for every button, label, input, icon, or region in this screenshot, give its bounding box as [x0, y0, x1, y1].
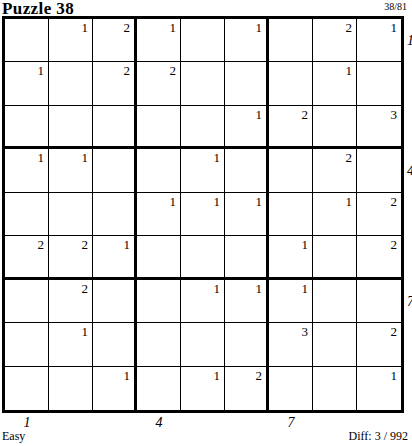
clue-number: 1: [302, 238, 309, 251]
cell-r7c6[interactable]: 1: [225, 280, 269, 323]
row-label-1: 1: [407, 33, 412, 49]
clue-number: 1: [124, 238, 131, 251]
cell-r8c5[interactable]: [181, 323, 225, 366]
cell-r2c8[interactable]: 1: [313, 62, 357, 105]
cell-r1c7[interactable]: [269, 19, 313, 62]
clue-number: 1: [391, 21, 398, 34]
clue-number: 2: [302, 108, 309, 121]
cell-r8c4[interactable]: [137, 323, 181, 366]
cell-r6c2[interactable]: 2: [49, 236, 93, 279]
clue-number: 3: [302, 325, 309, 338]
clue-number: 1: [346, 64, 353, 77]
clue-number: 1: [82, 151, 89, 164]
clue-number: 1: [170, 195, 177, 208]
cell-r8c6[interactable]: [225, 323, 269, 366]
cell-r1c6[interactable]: 1: [225, 19, 269, 62]
clue-number: 1: [124, 369, 131, 382]
board: 12112112211231112111122211221111321121: [2, 16, 404, 413]
cell-r8c3[interactable]: [93, 323, 137, 366]
cell-r2c3[interactable]: 2: [93, 62, 137, 105]
puzzle-page: Puzzle 38 38/81 121121122112311121111222…: [0, 0, 412, 446]
clue-number: 1: [82, 325, 89, 338]
cell-r5c2[interactable]: [49, 193, 93, 236]
cell-r1c4[interactable]: 1: [137, 19, 181, 62]
cell-r8c1[interactable]: [5, 323, 49, 366]
cell-r6c1[interactable]: 2: [5, 236, 49, 279]
clue-number: 1: [214, 151, 221, 164]
cell-r9c4[interactable]: [137, 367, 181, 410]
cell-r2c6[interactable]: [225, 62, 269, 105]
clue-number: 1: [391, 369, 398, 382]
cell-r7c8[interactable]: [313, 280, 357, 323]
cell-r6c8[interactable]: [313, 236, 357, 279]
difficulty-label: Easy: [2, 429, 25, 444]
cell-r4c5[interactable]: 1: [181, 149, 225, 192]
cell-r9c5[interactable]: 1: [181, 367, 225, 410]
clue-number: 2: [391, 238, 398, 251]
cell-r3c3[interactable]: [93, 106, 137, 149]
clue-number: 1: [170, 21, 177, 34]
clue-number: 2: [124, 21, 131, 34]
cell-r5c3[interactable]: [93, 193, 137, 236]
cell-r2c2[interactable]: [49, 62, 93, 105]
clue-number: 2: [170, 64, 177, 77]
cell-r9c9[interactable]: 1: [357, 367, 401, 410]
cell-r9c3[interactable]: 1: [93, 367, 137, 410]
cell-r5c7[interactable]: [269, 193, 313, 236]
cell-r3c1[interactable]: [5, 106, 49, 149]
cell-r8c2[interactable]: 1: [49, 323, 93, 366]
cell-r5c5[interactable]: 1: [181, 193, 225, 236]
clue-number: 1: [346, 195, 353, 208]
cell-r7c9[interactable]: [357, 280, 401, 323]
cell-r9c2[interactable]: [49, 367, 93, 410]
row-label-4: 4: [407, 163, 412, 179]
clue-number: 2: [38, 238, 45, 251]
cell-r7c5[interactable]: 1: [181, 280, 225, 323]
cell-r3c4[interactable]: [137, 106, 181, 149]
clue-number: 2: [124, 64, 131, 77]
cell-r3c8[interactable]: [313, 106, 357, 149]
cell-r6c6[interactable]: [225, 236, 269, 279]
cell-r4c7[interactable]: [269, 149, 313, 192]
cell-r3c9[interactable]: 3: [357, 106, 401, 149]
cell-r1c1[interactable]: [5, 19, 49, 62]
clue-number: 2: [82, 238, 89, 251]
row-label-7: 7: [407, 294, 412, 310]
clue-number: 1: [256, 21, 263, 34]
cell-r5c1[interactable]: [5, 193, 49, 236]
cell-r2c1[interactable]: 1: [5, 62, 49, 105]
cell-r1c2[interactable]: 1: [49, 19, 93, 62]
cell-r3c2[interactable]: [49, 106, 93, 149]
clue-number: 1: [214, 282, 221, 295]
cell-r4c4[interactable]: [137, 149, 181, 192]
cell-r4c8[interactable]: 2: [313, 149, 357, 192]
cell-r6c3[interactable]: 1: [93, 236, 137, 279]
clue-number: 1: [38, 64, 45, 77]
cell-r1c9[interactable]: 1: [357, 19, 401, 62]
clue-number: 2: [256, 369, 263, 382]
clue-number: 2: [391, 195, 398, 208]
clue-number: 1: [256, 282, 263, 295]
clue-number: 1: [302, 282, 309, 295]
clue-number: 2: [346, 21, 353, 34]
col-label-7: 7: [281, 415, 301, 431]
cell-r4c3[interactable]: [93, 149, 137, 192]
puzzle-index: 38/81: [384, 1, 407, 12]
cell-r8c7[interactable]: 3: [269, 323, 313, 366]
clue-number: 1: [38, 151, 45, 164]
cell-r2c5[interactable]: [181, 62, 225, 105]
cell-r7c4[interactable]: [137, 280, 181, 323]
cell-r8c9[interactable]: 2: [357, 323, 401, 366]
cell-r6c4[interactable]: [137, 236, 181, 279]
cell-r9c6[interactable]: 2: [225, 367, 269, 410]
cell-r2c4[interactable]: 2: [137, 62, 181, 105]
cell-r1c3[interactable]: 2: [93, 19, 137, 62]
cell-r9c7[interactable]: [269, 367, 313, 410]
cell-r1c5[interactable]: [181, 19, 225, 62]
clue-number: 1: [256, 108, 263, 121]
cell-r7c7[interactable]: 1: [269, 280, 313, 323]
clue-number: 2: [346, 151, 353, 164]
cell-r3c6[interactable]: 1: [225, 106, 269, 149]
clue-number: 3: [391, 108, 398, 121]
cell-r4c9[interactable]: [357, 149, 401, 192]
clue-number: 1: [214, 195, 221, 208]
cell-r3c7[interactable]: 2: [269, 106, 313, 149]
cell-r7c1[interactable]: [5, 280, 49, 323]
clue-number: 1: [256, 195, 263, 208]
diff-stat: Diff: 3 / 992: [349, 429, 408, 444]
clue-number: 2: [391, 325, 398, 338]
cell-r3c5[interactable]: [181, 106, 225, 149]
cell-r9c8[interactable]: [313, 367, 357, 410]
cell-r5c6[interactable]: 1: [225, 193, 269, 236]
cell-r6c5[interactable]: [181, 236, 225, 279]
cell-r5c9[interactable]: 2: [357, 193, 401, 236]
cell-r4c2[interactable]: 1: [49, 149, 93, 192]
clue-number: 2: [82, 282, 89, 295]
clue-number: 1: [214, 369, 221, 382]
cell-r4c1[interactable]: 1: [5, 149, 49, 192]
cell-r5c8[interactable]: 1: [313, 193, 357, 236]
cell-r6c9[interactable]: 2: [357, 236, 401, 279]
cell-r5c4[interactable]: 1: [137, 193, 181, 236]
cell-r9c1[interactable]: [5, 367, 49, 410]
cell-r7c2[interactable]: 2: [49, 280, 93, 323]
clue-number: 1: [82, 21, 89, 34]
cell-r2c9[interactable]: [357, 62, 401, 105]
cell-r7c3[interactable]: [93, 280, 137, 323]
cell-r8c8[interactable]: [313, 323, 357, 366]
col-label-4: 4: [149, 415, 169, 431]
cell-r2c7[interactable]: [269, 62, 313, 105]
cell-r6c7[interactable]: 1: [269, 236, 313, 279]
cell-r1c8[interactable]: 2: [313, 19, 357, 62]
cell-r4c6[interactable]: [225, 149, 269, 192]
